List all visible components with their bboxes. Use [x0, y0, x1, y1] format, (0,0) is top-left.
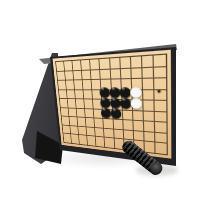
black-stone[interactable]: ● [110, 107, 122, 118]
go-board-face: ●●●●●●●●●● [50, 47, 176, 166]
product-photo: ●●●●●●●●●● [0, 0, 200, 200]
stones-layer: ●●●●●●●●●● [58, 56, 172, 158]
star-point [157, 90, 161, 93]
white-stone[interactable]: ● [130, 97, 143, 108]
